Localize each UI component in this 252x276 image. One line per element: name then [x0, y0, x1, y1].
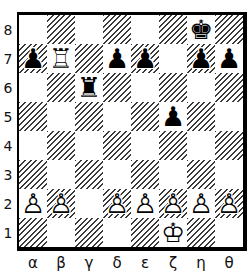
- square-d5[interactable]: [103, 102, 131, 131]
- black-king-halo: ♚: [187, 15, 215, 44]
- black-pawn[interactable]: ♟: [19, 44, 47, 73]
- square-c8[interactable]: [75, 15, 103, 44]
- square-b8[interactable]: [47, 15, 75, 44]
- white-rook[interactable]: ♖: [47, 44, 75, 73]
- square-d6[interactable]: [103, 73, 131, 102]
- square-c2[interactable]: [75, 189, 103, 218]
- white-rook-halo: ♜: [47, 44, 75, 73]
- square-f6[interactable]: [159, 73, 187, 102]
- square-c1[interactable]: [75, 218, 103, 247]
- square-a3[interactable]: [19, 160, 47, 189]
- square-b7[interactable]: ♜♖: [47, 44, 75, 73]
- square-e6[interactable]: [131, 73, 159, 102]
- rank-label-1: 1: [0, 218, 16, 247]
- square-h2[interactable]: ♟♙: [215, 189, 243, 218]
- black-king[interactable]: ♚: [187, 15, 215, 44]
- white-pawn[interactable]: ♙: [215, 189, 243, 218]
- board: ♚♚♟♟♜♖♟♟♟♟♟♟♟♟♜♜♟♟♟♙♟♙♟♙♟♙♟♙♟♙♟♙♚♔: [19, 15, 243, 247]
- rank-label-5: 5: [0, 102, 16, 131]
- white-pawn-halo: ♟: [159, 189, 187, 218]
- square-h5[interactable]: [215, 102, 243, 131]
- square-g7[interactable]: ♟♟: [187, 44, 215, 73]
- square-g8[interactable]: ♚♚: [187, 15, 215, 44]
- white-pawn-halo: ♟: [131, 189, 159, 218]
- square-f7[interactable]: [159, 44, 187, 73]
- black-pawn[interactable]: ♟: [159, 102, 187, 131]
- square-b1[interactable]: [47, 218, 75, 247]
- square-h3[interactable]: [215, 160, 243, 189]
- square-b6[interactable]: [47, 73, 75, 102]
- white-pawn-halo: ♟: [103, 189, 131, 218]
- square-b4[interactable]: [47, 131, 75, 160]
- white-pawn-halo: ♟: [187, 189, 215, 218]
- square-b5[interactable]: [47, 102, 75, 131]
- square-a1[interactable]: [19, 218, 47, 247]
- square-g3[interactable]: [187, 160, 215, 189]
- square-d3[interactable]: [103, 160, 131, 189]
- white-pawn[interactable]: ♙: [103, 189, 131, 218]
- square-d1[interactable]: [103, 218, 131, 247]
- square-f2[interactable]: ♟♙: [159, 189, 187, 218]
- rank-label-3: 3: [0, 160, 16, 189]
- square-h6[interactable]: [215, 73, 243, 102]
- file-label-c: γ: [75, 253, 103, 273]
- square-c5[interactable]: [75, 102, 103, 131]
- file-label-h: θ: [215, 253, 243, 273]
- file-label-g: η: [187, 253, 215, 273]
- square-d8[interactable]: [103, 15, 131, 44]
- square-d7[interactable]: ♟♟: [103, 44, 131, 73]
- square-f3[interactable]: [159, 160, 187, 189]
- black-pawn-halo: ♟: [103, 44, 131, 73]
- file-label-d: δ: [103, 253, 131, 273]
- square-h8[interactable]: [215, 15, 243, 44]
- file-label-a: α: [19, 253, 47, 273]
- square-g6[interactable]: [187, 73, 215, 102]
- square-a7[interactable]: ♟♟: [19, 44, 47, 73]
- square-e4[interactable]: [131, 131, 159, 160]
- black-rook[interactable]: ♜: [75, 73, 103, 102]
- white-pawn-halo: ♟: [215, 189, 243, 218]
- square-f4[interactable]: [159, 131, 187, 160]
- square-c4[interactable]: [75, 131, 103, 160]
- white-king[interactable]: ♔: [159, 218, 187, 247]
- square-h1[interactable]: [215, 218, 243, 247]
- file-labels: αβγδεζηθ: [19, 253, 243, 273]
- black-pawn-halo: ♟: [215, 44, 243, 73]
- black-pawn[interactable]: ♟: [187, 44, 215, 73]
- board-frame: ♚♚♟♟♜♖♟♟♟♟♟♟♟♟♜♜♟♟♟♙♟♙♟♙♟♙♟♙♟♙♟♙♚♔: [17, 12, 247, 251]
- square-a5[interactable]: [19, 102, 47, 131]
- file-label-f: ζ: [159, 253, 187, 273]
- square-c7[interactable]: [75, 44, 103, 73]
- rank-label-4: 4: [0, 131, 16, 160]
- black-pawn[interactable]: ♟: [103, 44, 131, 73]
- chess-diagram: 87654321 ♚♚♟♟♜♖♟♟♟♟♟♟♟♟♜♜♟♟♟♙♟♙♟♙♟♙♟♙♟♙♟…: [0, 0, 252, 276]
- square-a8[interactable]: [19, 15, 47, 44]
- square-g1[interactable]: [187, 218, 215, 247]
- rank-label-2: 2: [0, 189, 16, 218]
- rank-label-8: 8: [0, 15, 16, 44]
- square-h7[interactable]: ♟♟: [215, 44, 243, 73]
- square-c3[interactable]: [75, 160, 103, 189]
- square-f5[interactable]: ♟♟: [159, 102, 187, 131]
- square-b3[interactable]: [47, 160, 75, 189]
- square-e3[interactable]: [131, 160, 159, 189]
- square-e2[interactable]: ♟♙: [131, 189, 159, 218]
- white-pawn[interactable]: ♙: [131, 189, 159, 218]
- black-rook-halo: ♜: [75, 73, 103, 102]
- square-e1[interactable]: [131, 218, 159, 247]
- rank-labels: 87654321: [0, 15, 16, 247]
- rank-label-6: 6: [0, 73, 16, 102]
- black-pawn-halo: ♟: [131, 44, 159, 73]
- square-e8[interactable]: [131, 15, 159, 44]
- square-g4[interactable]: [187, 131, 215, 160]
- square-b2[interactable]: ♟♙: [47, 189, 75, 218]
- white-pawn-halo: ♟: [47, 189, 75, 218]
- square-a6[interactable]: [19, 73, 47, 102]
- file-label-b: β: [47, 253, 75, 273]
- square-a2[interactable]: ♟♙: [19, 189, 47, 218]
- square-f8[interactable]: [159, 15, 187, 44]
- square-g5[interactable]: [187, 102, 215, 131]
- square-e5[interactable]: [131, 102, 159, 131]
- square-g2[interactable]: ♟♙: [187, 189, 215, 218]
- black-pawn-halo: ♟: [19, 44, 47, 73]
- white-pawn[interactable]: ♙: [19, 189, 47, 218]
- square-e7[interactable]: ♟♟: [131, 44, 159, 73]
- black-pawn[interactable]: ♟: [131, 44, 159, 73]
- square-a4[interactable]: [19, 131, 47, 160]
- square-d4[interactable]: [103, 131, 131, 160]
- white-pawn[interactable]: ♙: [187, 189, 215, 218]
- square-f1[interactable]: ♚♔: [159, 218, 187, 247]
- white-pawn-halo: ♟: [19, 189, 47, 218]
- white-king-halo: ♚: [159, 218, 187, 247]
- black-pawn[interactable]: ♟: [215, 44, 243, 73]
- white-pawn[interactable]: ♙: [47, 189, 75, 218]
- square-d2[interactable]: ♟♙: [103, 189, 131, 218]
- black-pawn-halo: ♟: [159, 102, 187, 131]
- black-pawn-halo: ♟: [187, 44, 215, 73]
- square-h4[interactable]: [215, 131, 243, 160]
- file-label-e: ε: [131, 253, 159, 273]
- white-pawn[interactable]: ♙: [159, 189, 187, 218]
- rank-label-7: 7: [0, 44, 16, 73]
- square-c6[interactable]: ♜♜: [75, 73, 103, 102]
